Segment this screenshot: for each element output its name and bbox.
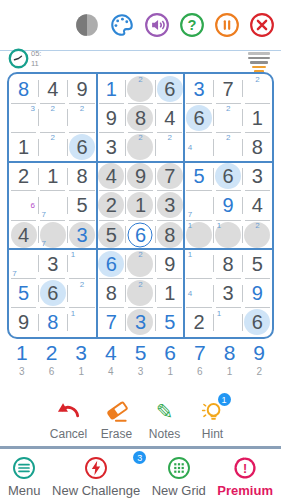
pencil-notes: 2 [127,280,154,307]
note-digit: 2 [78,104,87,113]
numpad-key-3[interactable]: 31 [66,341,96,377]
pencil-notes: 1 [68,309,95,336]
given-digit: 1 [164,283,175,303]
cell-r3c1[interactable]: 1 [9,132,38,161]
user-digit: 7 [106,312,117,332]
cell-r1c8[interactable]: 7 [214,74,243,103]
numpad-digit: 7 [185,341,215,364]
given-digit: 8 [223,254,234,274]
erase-label: Erase [101,427,132,441]
cell-r5c4[interactable]: 2 [97,191,126,220]
cell-r8c5[interactable]: 2 [126,279,155,308]
svg-text:!: ! [243,462,247,476]
cell-r6c6[interactable]: 8 [155,220,184,249]
user-digit: 9 [223,195,234,215]
cell-r5c7[interactable]: 7 [184,191,213,220]
note-digit: 1 [68,250,77,259]
user-digit: 8 [18,79,29,99]
cell-r1c9[interactable]: 2 [243,74,272,103]
cell-r4c8[interactable]: 6 [214,162,243,191]
cell-r3c2[interactable]: 2 [38,132,67,161]
given-digit: 1 [47,166,58,186]
cell-r6c2[interactable]: 7 [38,220,67,249]
given-digit: 3 [164,195,175,215]
given-digit: 8 [135,108,146,128]
note-digit: 6 [28,201,37,210]
given-digit: 6 [193,108,204,128]
cell-r7c2[interactable]: 3 [38,249,67,278]
cell-r5c2[interactable]: 7 [38,191,67,220]
cell-r4c9[interactable]: 3 [243,162,272,191]
pencil-notes: 2 [127,133,154,160]
pencil-notes: 2 [156,133,183,160]
timer-text: 05: 11 [31,49,41,69]
note-digit: 1 [68,309,77,318]
numpad-remaining-count: 6 [185,366,215,377]
cell-r9c8[interactable]: 1 [214,308,243,337]
note-digit: 2 [165,133,174,142]
board-grid: 8491263723229846211263224282184975636752… [9,74,272,337]
pencil-notes: 7 [39,192,66,219]
cell-r3c8[interactable]: 2 [214,132,243,161]
cell-r1c3[interactable]: 9 [67,74,96,103]
given-digit: 5 [252,254,263,274]
cancel-button[interactable]: Cancel [47,397,91,441]
sudoku-board: 8491263723229846211263224282184975636752… [7,72,274,339]
pencil-notes: 1 [185,221,212,248]
pencil-notes: 2 [39,133,66,160]
pencil-notes: 2 [127,250,154,277]
numpad-key-8[interactable]: 81 [215,341,245,377]
given-digit: 4 [47,79,58,99]
note-digit: 2 [224,104,233,113]
numpad-remaining-count: 3 [126,366,156,377]
given-digit: 6 [223,166,234,186]
menu-button[interactable]: Menu [8,456,41,498]
note-digit: 2 [136,75,145,84]
given-digit: 2 [193,312,204,332]
user-digit: 9 [252,283,263,303]
given-digit: 6 [164,79,175,99]
pencil-notes: 7 [10,250,37,277]
cell-r6c4[interactable]: 5 [97,220,126,249]
numpad-digit: 3 [66,341,96,364]
note-digit: 7 [39,239,48,248]
given-digit: 8 [164,225,175,245]
cell-r5c5[interactable]: 1 [126,191,155,220]
note-digit: 3 [28,104,37,113]
cell-r4c2[interactable]: 1 [38,162,67,191]
cell-r3c3[interactable]: 6 [67,132,96,161]
menu-icon [12,456,36,480]
numpad-key-4[interactable]: 44 [96,341,126,377]
pencil-notes: 6 [10,192,37,219]
given-digit: 5 [106,225,117,245]
cell-r9c7[interactable]: 2 [184,308,213,337]
given-digit: 9 [106,108,117,128]
numpad-key-9[interactable]: 92 [244,341,274,377]
user-digit: 3 [135,312,146,332]
user-digit: 6 [106,254,117,274]
note-digit: 2 [253,221,262,230]
cell-r2c5[interactable]: 8 [126,103,155,132]
grid-dots-icon [167,456,191,480]
given-digit: 4 [252,195,263,215]
cell-r9c2[interactable]: 8 [38,308,67,337]
cell-r9c6[interactable]: 5 [155,308,184,337]
cell-r2c6[interactable]: 4 [155,103,184,132]
cell-r4c6[interactable]: 7 [155,162,184,191]
cell-r8c6[interactable]: 1 [155,279,184,308]
cell-r8c9[interactable]: 9 [243,279,272,308]
cell-r5c8[interactable]: 9 [214,191,243,220]
user-digit: 5 [164,312,175,332]
given-digit: 2 [106,195,117,215]
cell-r6c7[interactable]: 1 [184,220,213,249]
cell-r1c6[interactable]: 6 [155,74,184,103]
given-digit: 3 [223,283,234,303]
cell-r6c3[interactable]: 3 [67,220,96,249]
cell-r2c3[interactable]: 2 [67,103,96,132]
given-digit: 3 [106,137,117,157]
pause-icon[interactable] [214,12,240,38]
top-toolbar: ? [0,0,281,50]
cell-r1c5[interactable]: 2 [126,74,155,103]
lightning-icon [84,456,108,480]
cell-r9c9[interactable]: 6 [243,308,272,337]
note-digit: 2 [136,250,145,259]
notes-label: Notes [149,427,180,441]
cell-r7c5[interactable]: 2 [126,249,155,278]
timer-clock-icon [8,48,29,69]
funnel-bar [248,52,270,55]
close-icon[interactable] [249,12,275,38]
given-digit: 8 [106,283,117,303]
cell-r5c9[interactable]: 4 [243,191,272,220]
numpad-remaining-count: 1 [66,366,96,377]
cell-r9c4[interactable]: 7 [97,308,126,337]
timer-minutes: 05: [31,49,41,59]
cell-r8c1[interactable]: 5 [9,279,38,308]
note-digit: 7 [10,268,19,277]
pencil-notes: 2 [39,104,66,131]
cell-r1c1[interactable]: 8 [9,74,38,103]
svg-text:?: ? [188,17,197,33]
numpad-key-1[interactable]: 13 [7,341,37,377]
numpad-key-6[interactable]: 61 [155,341,185,377]
numpad-remaining-count: 4 [96,366,126,377]
note-digit: 2 [136,133,145,142]
bottom-nav: Menu 3 New Challenge New Grid ! Premium [0,449,281,500]
cell-r3c4[interactable]: 3 [97,132,126,161]
given-digit: 5 [76,195,87,215]
new-challenge-label: New Challenge [52,483,140,498]
note-digit: 1 [185,250,194,259]
pencil-icon: ✎ [156,397,174,425]
numpad-remaining-count: 1 [155,366,185,377]
numpad-remaining-count: 3 [7,366,37,377]
premium-label: Premium [217,483,273,498]
cell-r8c8[interactable]: 3 [214,279,243,308]
cell-r2c8[interactable]: 2 [214,103,243,132]
pencil-notes: 2 [244,75,271,102]
cell-r4c4[interactable]: 4 [97,162,126,191]
pencil-notes: 2 [68,280,95,307]
given-digit: 3 [47,254,58,274]
pencil-notes: 2 [215,133,242,160]
given-digit: 7 [223,79,234,99]
erase-button[interactable]: Erase [95,397,139,441]
cell-r2c9[interactable]: 1 [243,103,272,132]
cell-r2c7[interactable]: 6 [184,103,213,132]
user-digit: 5 [18,283,29,303]
given-digit: 2 [18,166,29,186]
new-grid-label: New Grid [152,483,206,498]
cell-r7c9[interactable]: 5 [243,249,272,278]
numpad-digit: 1 [7,341,37,364]
palette-icon[interactable] [109,12,135,38]
user-digit: 6 [135,225,146,245]
cell-r3c5[interactable]: 2 [126,132,155,161]
hint-label: Hint [202,427,223,441]
cell-r8c2[interactable]: 6 [38,279,67,308]
given-digit: 4 [18,225,29,245]
given-digit: 4 [164,108,175,128]
funnel-bar [250,61,268,64]
numpad-digit: 8 [215,341,245,364]
cell-r2c2[interactable]: 2 [38,103,67,132]
given-digit: 8 [76,166,87,186]
numpad-digit: 4 [96,341,126,364]
cell-r7c7[interactable]: 1 [184,249,213,278]
cell-r1c7[interactable]: 3 [184,74,213,103]
note-digit: 4 [185,143,194,152]
user-digit: 5 [193,166,204,186]
user-digit: 1 [106,79,117,99]
user-digit: 3 [193,79,204,99]
hint-badge: 1 [218,393,231,406]
cell-r6c1[interactable]: 4 [9,220,38,249]
given-digit: 6 [76,137,87,157]
pencil-notes: 3 [10,104,37,131]
pencil-notes: 1 [215,309,242,336]
cell-r5c3[interactable]: 5 [67,191,96,220]
cell-r5c6[interactable]: 3 [155,191,184,220]
difficulty-funnel-icon[interactable] [247,52,271,73]
pencil-notes: 4 [185,133,212,160]
cell-r8c4[interactable]: 8 [97,279,126,308]
new-challenge-button[interactable]: 3 New Challenge [52,456,140,498]
pencil-notes: 1 [215,221,242,248]
undo-arrow-icon [56,397,82,425]
numpad: 132631445361768192 [7,341,274,377]
cell-r3c7[interactable]: 4 [184,132,213,161]
note-digit: 7 [39,210,48,219]
cell-r4c5[interactable]: 9 [126,162,155,191]
note-digit: 1 [215,221,224,230]
note-digit: 2 [224,133,233,142]
pencil-notes: 2 [244,221,271,248]
cell-r7c3[interactable]: 1 [67,249,96,278]
pencil-notes: 1 [185,250,212,277]
cell-r7c1[interactable]: 7 [9,249,38,278]
cell-r1c2[interactable]: 4 [38,74,67,103]
cell-r4c3[interactable]: 8 [67,162,96,191]
header-divider [0,50,281,51]
note-digit: 7 [185,210,194,219]
numpad-remaining-count: 1 [215,366,245,377]
cell-r3c6[interactable]: 2 [155,132,184,161]
hint-button[interactable]: 1 Hint [191,397,235,441]
action-row: Cancel Erase ✎ Notes 1 Hint [0,397,281,441]
pencil-notes: 1 [68,250,95,277]
cell-r9c3[interactable]: 1 [67,308,96,337]
user-digit: 8 [47,312,58,332]
cancel-label: Cancel [50,427,87,441]
given-digit: 9 [76,79,87,99]
cell-r6c8[interactable]: 1 [214,220,243,249]
given-digit: 8 [252,137,263,157]
note-digit: 2 [48,133,57,142]
note-digit: 1 [215,309,224,318]
cell-r3c9[interactable]: 8 [243,132,272,161]
given-digit: 6 [252,312,263,332]
pencil-notes: 2 [68,104,95,131]
pencil-notes: 7 [39,221,66,248]
numpad-key-2[interactable]: 26 [37,341,67,377]
premium-button[interactable]: ! Premium [217,456,273,498]
numpad-digit: 6 [155,341,185,364]
given-digit: 6 [47,283,58,303]
cell-r7c8[interactable]: 8 [214,249,243,278]
cell-r5c1[interactable]: 6 [9,191,38,220]
given-digit: 9 [135,166,146,186]
premium-seal-icon: ! [233,456,257,480]
pencil-notes: 2 [215,104,242,131]
cell-r2c4[interactable]: 9 [97,103,126,132]
numpad-remaining-count: 6 [37,366,67,377]
timer-seconds: 11 [31,59,41,69]
challenge-badge: 3 [133,451,146,464]
cell-r9c5[interactable]: 3 [126,308,155,337]
eraser-icon [104,397,130,425]
given-digit: 3 [252,166,263,186]
cell-r6c9[interactable]: 2 [243,220,272,249]
note-digit: 1 [185,221,194,230]
funnel-bar [248,57,270,60]
numpad-key-5[interactable]: 53 [126,341,156,377]
contrast-icon[interactable] [74,12,100,38]
funnel-bar [252,66,266,69]
cell-r4c1[interactable]: 2 [9,162,38,191]
cell-r1c4[interactable]: 1 [97,74,126,103]
given-digit: 7 [164,166,175,186]
given-digit: 1 [252,108,263,128]
note-digit: 2 [136,280,145,289]
cell-r6c5[interactable]: 6 [126,220,155,249]
given-digit: 9 [164,254,175,274]
note-digit: 2 [48,104,57,113]
cell-r7c6[interactable]: 9 [155,249,184,278]
numpad-digit: 5 [126,341,156,364]
given-digit: 4 [106,166,117,186]
cell-r8c3[interactable]: 2 [67,279,96,308]
cell-r2c1[interactable]: 3 [9,103,38,132]
numpad-key-7[interactable]: 76 [185,341,215,377]
help-icon[interactable]: ? [179,12,205,38]
pencil-notes: 2 [127,75,154,102]
cell-r4c7[interactable]: 5 [184,162,213,191]
numpad-digit: 2 [37,341,67,364]
cell-r7c4[interactable]: 6 [97,249,126,278]
note-digit: 2 [253,75,262,84]
given-digit: 1 [18,137,29,157]
notes-button[interactable]: ✎ Notes [143,397,187,441]
menu-label: Menu [8,483,41,498]
numpad-digit: 9 [244,341,274,364]
numpad-remaining-count: 2 [244,366,274,377]
pencil-notes: 4 [185,280,212,307]
note-digit: 4 [185,289,194,298]
cell-r8c7[interactable]: 4 [184,279,213,308]
new-grid-button[interactable]: New Grid [152,456,206,498]
note-digit: 2 [78,280,87,289]
given-digit: 1 [135,195,146,215]
user-digit: 3 [76,225,87,245]
given-digit: 9 [18,312,29,332]
pencil-notes: 7 [185,192,212,219]
sound-icon[interactable] [144,12,170,38]
cell-r9c1[interactable]: 9 [9,308,38,337]
